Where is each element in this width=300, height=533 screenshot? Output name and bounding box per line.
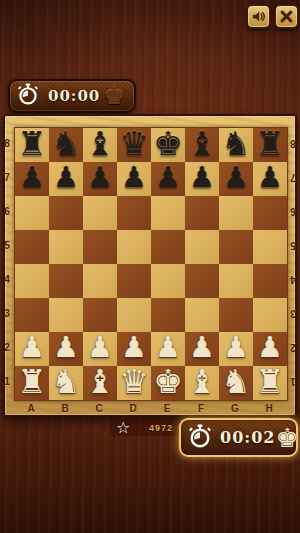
white-clock-panel: 00:02 ♚ (179, 418, 298, 457)
white-bishop-piece: ♝ (85, 365, 115, 398)
rank-label-right-4: 4 (288, 274, 298, 285)
square-e1[interactable]: ♚ (151, 366, 185, 400)
square-b4[interactable] (49, 264, 83, 298)
black-knight-piece: ♞ (51, 127, 81, 160)
close-button[interactable] (274, 4, 299, 29)
square-g1[interactable]: ♞ (219, 366, 253, 400)
square-b8[interactable]: ♞ (49, 128, 83, 162)
square-h3[interactable] (253, 298, 287, 332)
square-a3[interactable] (15, 298, 49, 332)
black-pawn-piece: ♟ (87, 163, 113, 192)
square-b5[interactable] (49, 230, 83, 264)
black-rook-piece: ♜ (17, 127, 47, 160)
x-icon (279, 9, 294, 24)
black-clock-time: 00:00 (48, 87, 100, 105)
black-pawn-piece: ♟ (19, 163, 45, 192)
square-c3[interactable] (83, 298, 117, 332)
square-b1[interactable]: ♞ (49, 366, 83, 400)
rank-label-left-6: 6 (2, 206, 12, 217)
rank-label-right-1: 1 (288, 376, 298, 387)
file-label-d: D (116, 403, 150, 414)
file-label-a: A (14, 403, 48, 414)
square-c8[interactable]: ♝ (83, 128, 117, 162)
rank-label-right-7: 7 (288, 172, 298, 183)
star-icon: ☆ (116, 418, 130, 437)
white-knight-piece: ♞ (51, 365, 81, 398)
speaker-icon (251, 9, 266, 24)
file-label-c: C (82, 403, 116, 414)
chess-board: ♜♞♝♛♚♝♞♜♟♟♟♟♟♟♟♟♟♟♟♟♟♟♟♟♜♞♝♛♚♝♞♜ (3, 114, 297, 417)
white-pawn-piece: ♟ (189, 333, 215, 362)
rank-label-left-3: 3 (2, 308, 12, 319)
square-h5[interactable] (253, 230, 287, 264)
rank-label-left-5: 5 (2, 240, 12, 251)
white-pawn-piece: ♟ (121, 333, 147, 362)
square-g6[interactable] (219, 196, 253, 230)
white-queen-piece: ♛ (119, 365, 149, 398)
black-king-piece: ♚ (153, 127, 183, 160)
square-c4[interactable] (83, 264, 117, 298)
black-pawn-piece: ♟ (155, 163, 181, 192)
square-h4[interactable] (253, 264, 287, 298)
white-pawn-piece: ♟ (53, 333, 79, 362)
board-squares: ♜♞♝♛♚♝♞♜♟♟♟♟♟♟♟♟♟♟♟♟♟♟♟♟♜♞♝♛♚♝♞♜ (14, 127, 288, 401)
rank-label-right-2: 2 (288, 342, 298, 353)
rank-label-right-8: 8 (288, 138, 298, 149)
square-g5[interactable] (219, 230, 253, 264)
white-pawn-piece: ♟ (155, 333, 181, 362)
black-queen-piece: ♛ (119, 127, 149, 160)
rank-label-left-4: 4 (2, 274, 12, 285)
white-rook-piece: ♜ (17, 365, 47, 398)
square-c1[interactable]: ♝ (83, 366, 117, 400)
square-f7[interactable]: ♟ (185, 162, 219, 196)
rank-label-left-8: 8 (2, 138, 12, 149)
file-label-g: G (218, 403, 252, 414)
square-h7[interactable]: ♟ (253, 162, 287, 196)
square-e5[interactable] (151, 230, 185, 264)
square-e7[interactable]: ♟ (151, 162, 185, 196)
square-f5[interactable] (185, 230, 219, 264)
white-rook-piece: ♜ (255, 365, 285, 398)
white-pawn-piece: ♟ (87, 333, 113, 362)
white-bishop-piece: ♝ (187, 365, 217, 398)
square-h8[interactable]: ♜ (253, 128, 287, 162)
file-label-e: E (150, 403, 184, 414)
white-pawn-piece: ♟ (257, 333, 283, 362)
rank-label-right-5: 5 (288, 240, 298, 251)
white-king-icon: ♚ (275, 425, 298, 451)
black-pawn-piece: ♟ (53, 163, 79, 192)
rank-label-right-6: 6 (288, 206, 298, 217)
rank-label-right-3: 3 (288, 308, 298, 319)
square-a5[interactable] (15, 230, 49, 264)
white-king-piece: ♚ (153, 365, 183, 398)
square-d1[interactable]: ♛ (117, 366, 151, 400)
square-b7[interactable]: ♟ (49, 162, 83, 196)
black-king-icon: ♚ (103, 84, 125, 108)
black-bishop-piece: ♝ (85, 127, 115, 160)
square-f4[interactable] (185, 264, 219, 298)
square-b6[interactable] (49, 196, 83, 230)
square-d7[interactable]: ♟ (117, 162, 151, 196)
score-value: 4972 (149, 423, 173, 433)
black-bishop-piece: ♝ (187, 127, 217, 160)
square-g7[interactable]: ♟ (219, 162, 253, 196)
square-a4[interactable] (15, 264, 49, 298)
square-d6[interactable] (117, 196, 151, 230)
square-d3[interactable] (117, 298, 151, 332)
square-c6[interactable] (83, 196, 117, 230)
black-pawn-piece: ♟ (257, 163, 283, 192)
file-label-f: F (184, 403, 218, 414)
white-knight-piece: ♞ (221, 365, 251, 398)
file-label-b: B (48, 403, 82, 414)
square-b3[interactable] (49, 298, 83, 332)
square-a8[interactable]: ♜ (15, 128, 49, 162)
square-d4[interactable] (117, 264, 151, 298)
square-g3[interactable] (219, 298, 253, 332)
black-pawn-piece: ♟ (121, 163, 147, 192)
black-clock-panel: 00:00 ♚ (8, 79, 136, 113)
stopwatch-icon (188, 424, 212, 452)
square-f6[interactable] (185, 196, 219, 230)
rank-label-left-2: 2 (2, 342, 12, 353)
square-g4[interactable] (219, 264, 253, 298)
square-d5[interactable] (117, 230, 151, 264)
white-pawn-piece: ♟ (19, 333, 45, 362)
square-e6[interactable] (151, 196, 185, 230)
file-label-h: H (252, 403, 286, 414)
square-d8[interactable]: ♛ (117, 128, 151, 162)
black-pawn-piece: ♟ (189, 163, 215, 192)
square-h1[interactable]: ♜ (253, 366, 287, 400)
square-a7[interactable]: ♟ (15, 162, 49, 196)
wood-background: 00:00 ♚ ♜♞♝♛♚♝♞♜♟♟♟♟♟♟♟♟♟♟♟♟♟♟♟♟♜♞♝♛♚♝♞♜… (0, 0, 300, 533)
sound-button[interactable] (246, 4, 271, 29)
white-clock-time: 00:02 (220, 428, 275, 447)
square-e3[interactable] (151, 298, 185, 332)
square-h6[interactable] (253, 196, 287, 230)
black-pawn-piece: ♟ (223, 163, 249, 192)
square-a1[interactable]: ♜ (15, 366, 49, 400)
square-f3[interactable] (185, 298, 219, 332)
black-rook-piece: ♜ (255, 127, 285, 160)
square-g8[interactable]: ♞ (219, 128, 253, 162)
square-c5[interactable] (83, 230, 117, 264)
rank-label-left-7: 7 (2, 172, 12, 183)
square-c7[interactable]: ♟ (83, 162, 117, 196)
white-pawn-piece: ♟ (223, 333, 249, 362)
square-a6[interactable] (15, 196, 49, 230)
square-e8[interactable]: ♚ (151, 128, 185, 162)
square-f8[interactable]: ♝ (185, 128, 219, 162)
black-knight-piece: ♞ (221, 127, 251, 160)
rank-label-left-1: 1 (2, 376, 12, 387)
square-e4[interactable] (151, 264, 185, 298)
square-f1[interactable]: ♝ (185, 366, 219, 400)
stopwatch-icon (17, 83, 39, 109)
